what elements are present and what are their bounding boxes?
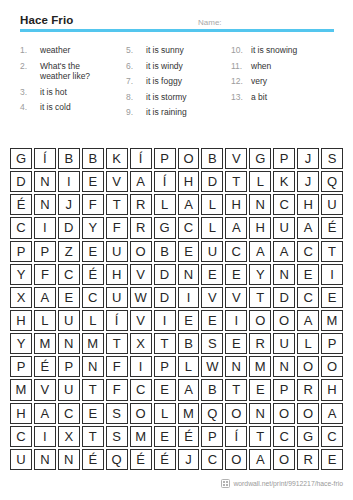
grid-cell-r9c11: R bbox=[249, 333, 271, 354]
grid-cell-r4c8: C bbox=[178, 217, 200, 238]
grid-cell-r13c14: C bbox=[321, 426, 343, 447]
grid-cell-r1c6: Í bbox=[130, 148, 152, 169]
grid-cell-r10c3: P bbox=[58, 356, 80, 377]
grid-cell-r8c2: L bbox=[34, 310, 56, 331]
grid-cell-r5c10: C bbox=[225, 241, 247, 262]
grid-cell-r6c11: Y bbox=[249, 264, 271, 285]
grid-cell-r13c13: G bbox=[297, 426, 319, 447]
grid-cell-r6c9: E bbox=[201, 264, 223, 285]
grid-cell-r3c1: É bbox=[10, 194, 32, 215]
word-label: very bbox=[251, 76, 267, 87]
word-number: 12. bbox=[231, 76, 245, 87]
word-number: 1. bbox=[20, 45, 34, 56]
grid-cell-r3c4: F bbox=[82, 194, 104, 215]
grid-cell-r11c9: B bbox=[201, 379, 223, 400]
grid-cell-r7c3: E bbox=[58, 287, 80, 308]
grid-cell-r12c1: H bbox=[10, 403, 32, 424]
grid-cell-r14c11: A bbox=[249, 449, 271, 470]
grid-cell-r1c8: O bbox=[178, 148, 200, 169]
grid-cell-r8c4: L bbox=[82, 310, 104, 331]
word-list-column: 1.weather2.What's the weather like?3.it … bbox=[20, 45, 126, 123]
grid-cell-r5c8: E bbox=[178, 241, 200, 262]
grid-cell-r11c3: U bbox=[58, 379, 80, 400]
grid-cell-r4c9: L bbox=[201, 217, 223, 238]
word-label: it is raining bbox=[146, 107, 187, 118]
grid-cell-r10c2: É bbox=[34, 356, 56, 377]
grid-cell-r5c7: B bbox=[154, 241, 176, 262]
grid-cell-r1c5: K bbox=[106, 148, 128, 169]
grid-cell-r1c11: G bbox=[249, 148, 271, 169]
word-label: when bbox=[251, 61, 271, 72]
grid-cell-r12c11: N bbox=[249, 403, 271, 424]
wordwall-logo-icon bbox=[221, 479, 230, 488]
grid-cell-r6c7: D bbox=[154, 264, 176, 285]
grid-cell-r12c7: L bbox=[154, 403, 176, 424]
grid-cell-r4c14: É bbox=[321, 217, 343, 238]
grid-cell-r7c1: X bbox=[10, 287, 32, 308]
grid-cell-r5c5: U bbox=[106, 241, 128, 262]
grid-cell-r6c10: E bbox=[225, 264, 247, 285]
grid-cell-r1c4: B bbox=[82, 148, 104, 169]
word-list-item: 1.weather bbox=[20, 45, 126, 56]
word-list-column: 5.it is sunny6.it is windy7.it is foggy8… bbox=[126, 45, 231, 123]
grid-cell-r7c4: C bbox=[82, 287, 104, 308]
grid-cell-r13c3: X bbox=[58, 426, 80, 447]
grid-cell-r7c9: V bbox=[201, 287, 223, 308]
grid-cell-r9c4: M bbox=[82, 333, 104, 354]
grid-cell-r2c12: K bbox=[273, 171, 295, 192]
grid-cell-r5c2: P bbox=[34, 241, 56, 262]
grid-cell-r14c12: O bbox=[273, 449, 295, 470]
grid-cell-r5c3: Z bbox=[58, 241, 80, 262]
word-number: 11. bbox=[231, 61, 245, 72]
grid-cell-r3c7: L bbox=[154, 194, 176, 215]
grid-cell-r9c2: M bbox=[34, 333, 56, 354]
grid-cell-r5c14: T bbox=[321, 241, 343, 262]
grid-cell-r2c7: Í bbox=[154, 171, 176, 192]
grid-cell-r6c8: N bbox=[178, 264, 200, 285]
grid-cell-r1c3: B bbox=[58, 148, 80, 169]
grid-cell-r11c6: C bbox=[130, 379, 152, 400]
grid-cell-r12c13: O bbox=[297, 403, 319, 424]
grid-cell-r1c13: J bbox=[297, 148, 319, 169]
grid-cell-r12c5: S bbox=[106, 403, 128, 424]
grid-cell-r9c14: P bbox=[321, 333, 343, 354]
grid-cell-r1c1: G bbox=[10, 148, 32, 169]
grid-cell-r9c5: T bbox=[106, 333, 128, 354]
word-number: 5. bbox=[126, 45, 140, 56]
grid-cell-r10c9: W bbox=[201, 356, 223, 377]
grid-cell-r13c2: I bbox=[34, 426, 56, 447]
word-list-item: 8.it is stormy bbox=[126, 92, 231, 103]
grid-cell-r11c12: P bbox=[273, 379, 295, 400]
word-number: 4. bbox=[20, 102, 34, 113]
grid-cell-r7c7: D bbox=[154, 287, 176, 308]
grid-cell-r9c6: X bbox=[130, 333, 152, 354]
grid-cell-r7c12: D bbox=[273, 287, 295, 308]
grid-cell-r14c14: E bbox=[321, 449, 343, 470]
word-label: What's the weather like? bbox=[40, 61, 98, 82]
grid-cell-r10c6: I bbox=[130, 356, 152, 377]
grid-cell-r7c13: C bbox=[297, 287, 319, 308]
grid-cell-r10c14: O bbox=[321, 356, 343, 377]
grid-cell-r11c2: V bbox=[34, 379, 56, 400]
grid-cell-r3c2: N bbox=[34, 194, 56, 215]
footer-url: wordwall.net/print/9912217/hace-frio bbox=[233, 480, 343, 487]
word-list-item: 7.it is foggy bbox=[126, 76, 231, 87]
grid-cell-r10c11: M bbox=[249, 356, 271, 377]
grid-cell-r9c7: T bbox=[154, 333, 176, 354]
grid-cell-r6c1: Y bbox=[10, 264, 32, 285]
grid-cell-r3c13: H bbox=[297, 194, 319, 215]
grid-cell-r14c5: Q bbox=[106, 449, 128, 470]
word-number: 7. bbox=[126, 76, 140, 87]
word-list-item: 11.when bbox=[231, 61, 340, 72]
grid-cell-r5c12: A bbox=[273, 241, 295, 262]
grid-cell-r11c11: E bbox=[249, 379, 271, 400]
grid-cell-r2c2: N bbox=[34, 171, 56, 192]
grid-cell-r2c11: L bbox=[249, 171, 271, 192]
grid-cell-r1c14: S bbox=[321, 148, 343, 169]
grid-cell-r14c4: É bbox=[82, 449, 104, 470]
grid-cell-r9c10: E bbox=[225, 333, 247, 354]
grid-cell-r12c4: E bbox=[82, 403, 104, 424]
grid-cell-r13c12: C bbox=[273, 426, 295, 447]
grid-cell-r12c3: C bbox=[58, 403, 80, 424]
grid-cell-r14c9: C bbox=[201, 449, 223, 470]
grid-cell-r4c10: A bbox=[225, 217, 247, 238]
grid-cell-r8c6: V bbox=[130, 310, 152, 331]
grid-cell-r4c5: F bbox=[106, 217, 128, 238]
grid-cell-r6c13: E bbox=[297, 264, 319, 285]
grid-cell-r2c4: E bbox=[82, 171, 104, 192]
grid-cell-r13c1: C bbox=[10, 426, 32, 447]
word-label: it is foggy bbox=[146, 76, 182, 87]
grid-cell-r7c11: T bbox=[249, 287, 271, 308]
grid-cell-r8c3: U bbox=[58, 310, 80, 331]
grid-cell-r11c7: E bbox=[154, 379, 176, 400]
grid-cell-r8c9: E bbox=[201, 310, 223, 331]
grid-cell-r8c10: I bbox=[225, 310, 247, 331]
grid-cell-r3c8: A bbox=[178, 194, 200, 215]
grid-cell-r8c11: O bbox=[249, 310, 271, 331]
grid-cell-r4c6: R bbox=[130, 217, 152, 238]
grid-cell-r14c8: J bbox=[178, 449, 200, 470]
grid-cell-r11c14: H bbox=[321, 379, 343, 400]
grid-cell-r4c13: A bbox=[297, 217, 319, 238]
word-label: it is stormy bbox=[146, 92, 187, 103]
word-number: 13. bbox=[231, 92, 245, 103]
grid-cell-r10c13: O bbox=[297, 356, 319, 377]
grid-cell-r5c6: O bbox=[130, 241, 152, 262]
grid-cell-r3c11: N bbox=[249, 194, 271, 215]
grid-cell-r10c7: P bbox=[154, 356, 176, 377]
grid-cell-r5c13: C bbox=[297, 241, 319, 262]
grid-cell-r2c13: J bbox=[297, 171, 319, 192]
word-number: 3. bbox=[20, 87, 34, 98]
grid-cell-r10c8: L bbox=[178, 356, 200, 377]
grid-cell-r4c3: D bbox=[58, 217, 80, 238]
word-list-item: 12.very bbox=[231, 76, 340, 87]
grid-cell-r1c2: Í bbox=[34, 148, 56, 169]
grid-cell-r8c8: E bbox=[178, 310, 200, 331]
grid-cell-r11c8: A bbox=[178, 379, 200, 400]
grid-cell-r12c12: O bbox=[273, 403, 295, 424]
grid-cell-r11c10: T bbox=[225, 379, 247, 400]
grid-cell-r4c2: I bbox=[34, 217, 56, 238]
grid-cell-r12c6: O bbox=[130, 403, 152, 424]
grid-cell-r12c8: M bbox=[178, 403, 200, 424]
grid-cell-r3c9: L bbox=[201, 194, 223, 215]
grid-cell-r8c1: H bbox=[10, 310, 32, 331]
grid-cell-r10c4: N bbox=[82, 356, 104, 377]
grid-cell-r13c9: P bbox=[201, 426, 223, 447]
grid-cell-r7c10: V bbox=[225, 287, 247, 308]
grid-cell-r3c6: R bbox=[130, 194, 152, 215]
grid-cell-r14c7: É bbox=[154, 449, 176, 470]
grid-cell-r5c9: U bbox=[201, 241, 223, 262]
grid-cell-r8c14: M bbox=[321, 310, 343, 331]
grid-cell-r1c7: P bbox=[154, 148, 176, 169]
grid-cell-r2c10: T bbox=[225, 171, 247, 192]
grid-cell-r13c10: Í bbox=[225, 426, 247, 447]
grid-cell-r2c6: A bbox=[130, 171, 152, 192]
grid-cell-r12c9: Q bbox=[201, 403, 223, 424]
grid-cell-r6c5: H bbox=[106, 264, 128, 285]
grid-cell-r3c5: T bbox=[106, 194, 128, 215]
word-number: 10. bbox=[231, 45, 245, 56]
grid-cell-r11c4: T bbox=[82, 379, 104, 400]
word-label: a bit bbox=[251, 92, 267, 103]
grid-cell-r3c3: J bbox=[58, 194, 80, 215]
grid-cell-r9c8: B bbox=[178, 333, 200, 354]
grid-cell-r9c12: U bbox=[273, 333, 295, 354]
grid-cell-r4c7: G bbox=[154, 217, 176, 238]
grid-cell-r2c14: Q bbox=[321, 171, 343, 192]
grid-cell-r7c14: E bbox=[321, 287, 343, 308]
grid-cell-r2c9: D bbox=[201, 171, 223, 192]
grid-cell-r11c5: F bbox=[106, 379, 128, 400]
grid-cell-r6c4: É bbox=[82, 264, 104, 285]
grid-cell-r14c3: N bbox=[58, 449, 80, 470]
word-list-item: 13.a bit bbox=[231, 92, 340, 103]
word-label: it is hot bbox=[40, 87, 67, 98]
grid-cell-r13c8: É bbox=[178, 426, 200, 447]
page-title: Hace Frio bbox=[20, 14, 73, 26]
grid-cell-r3c14: U bbox=[321, 194, 343, 215]
grid-cell-r9c3: N bbox=[58, 333, 80, 354]
grid-cell-r13c6: M bbox=[130, 426, 152, 447]
grid-cell-r2c5: V bbox=[106, 171, 128, 192]
word-label: it is windy bbox=[146, 61, 183, 72]
grid-cell-r12c2: A bbox=[34, 403, 56, 424]
grid-cell-r2c3: I bbox=[58, 171, 80, 192]
word-number: 2. bbox=[20, 61, 34, 82]
word-search-grid: GÍBBKÍPOBVGPJSDNIEVAÍHDTLKJQÉNJFTRLALHNC… bbox=[10, 148, 343, 470]
grid-cell-r6c6: V bbox=[130, 264, 152, 285]
word-list-column: 10.it is snowing11.when12.very13.a bit bbox=[231, 45, 340, 123]
grid-cell-r13c7: E bbox=[154, 426, 176, 447]
grid-cell-r4c4: Y bbox=[82, 217, 104, 238]
word-number: 8. bbox=[126, 92, 140, 103]
grid-cell-r13c11: T bbox=[249, 426, 271, 447]
word-list-item: 6.it is windy bbox=[126, 61, 231, 72]
word-list-item: 2.What's the weather like? bbox=[20, 61, 126, 82]
grid-cell-r6c12: N bbox=[273, 264, 295, 285]
grid-cell-r7c2: A bbox=[34, 287, 56, 308]
grid-cell-r14c10: O bbox=[225, 449, 247, 470]
grid-cell-r14c2: N bbox=[34, 449, 56, 470]
grid-cell-r10c1: P bbox=[10, 356, 32, 377]
grid-cell-r2c1: D bbox=[10, 171, 32, 192]
word-list-item: 5.it is sunny bbox=[126, 45, 231, 56]
grid-cell-r5c1: P bbox=[10, 241, 32, 262]
grid-cell-r11c1: M bbox=[10, 379, 32, 400]
grid-cell-r1c12: P bbox=[273, 148, 295, 169]
grid-cell-r14c1: U bbox=[10, 449, 32, 470]
word-number: 9. bbox=[126, 107, 140, 118]
grid-cell-r2c8: H bbox=[178, 171, 200, 192]
grid-cell-r8c7: I bbox=[154, 310, 176, 331]
grid-cell-r12c10: O bbox=[225, 403, 247, 424]
grid-cell-r12c14: A bbox=[321, 403, 343, 424]
grid-cell-r6c3: C bbox=[58, 264, 80, 285]
grid-cell-r8c12: O bbox=[273, 310, 295, 331]
word-label: it is sunny bbox=[146, 45, 184, 56]
grid-cell-r3c10: H bbox=[225, 194, 247, 215]
grid-cell-r1c9: B bbox=[201, 148, 223, 169]
name-label: Name: bbox=[198, 18, 222, 27]
word-list-item: 3.it is hot bbox=[20, 87, 126, 98]
word-list-item: 4.it is cold bbox=[20, 102, 126, 113]
grid-cell-r7c5: U bbox=[106, 287, 128, 308]
word-label: it is cold bbox=[40, 102, 71, 113]
grid-cell-r4c11: H bbox=[249, 217, 271, 238]
grid-cell-r7c8: I bbox=[178, 287, 200, 308]
footer: wordwall.net/print/9912217/hace-frio bbox=[221, 479, 343, 488]
grid-cell-r9c9: S bbox=[201, 333, 223, 354]
grid-cell-r6c14: I bbox=[321, 264, 343, 285]
grid-cell-r1c10: V bbox=[225, 148, 247, 169]
word-label: it is snowing bbox=[251, 45, 297, 56]
grid-cell-r4c1: C bbox=[10, 217, 32, 238]
grid-cell-r7c6: W bbox=[130, 287, 152, 308]
grid-cell-r11c13: R bbox=[297, 379, 319, 400]
word-list-item: 10.it is snowing bbox=[231, 45, 340, 56]
grid-cell-r13c4: T bbox=[82, 426, 104, 447]
word-list: 1.weather2.What's the weather like?3.it … bbox=[20, 45, 340, 123]
grid-cell-r14c6: É bbox=[130, 449, 152, 470]
header-rule bbox=[20, 29, 334, 32]
word-list-item: 9.it is raining bbox=[126, 107, 231, 118]
grid-cell-r3c12: C bbox=[273, 194, 295, 215]
grid-cell-r8c5: Í bbox=[106, 310, 128, 331]
grid-cell-r10c12: N bbox=[273, 356, 295, 377]
grid-cell-r5c11: A bbox=[249, 241, 271, 262]
grid-cell-r10c5: F bbox=[106, 356, 128, 377]
grid-cell-r8c13: A bbox=[297, 310, 319, 331]
grid-cell-r9c1: Y bbox=[10, 333, 32, 354]
word-number: 6. bbox=[126, 61, 140, 72]
grid-cell-r13c5: S bbox=[106, 426, 128, 447]
grid-cell-r9c13: L bbox=[297, 333, 319, 354]
grid-cell-r14c13: R bbox=[297, 449, 319, 470]
grid-cell-r6c2: F bbox=[34, 264, 56, 285]
word-label: weather bbox=[40, 45, 70, 56]
grid-cell-r4c12: U bbox=[273, 217, 295, 238]
grid-cell-r10c10: N bbox=[225, 356, 247, 377]
grid-cell-r5c4: E bbox=[82, 241, 104, 262]
